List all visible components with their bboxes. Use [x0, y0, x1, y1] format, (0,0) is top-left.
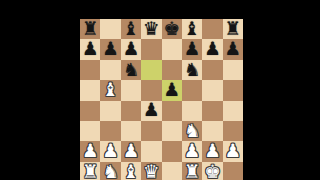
- black-pawn-piece[interactable]: ♟: [225, 40, 242, 59]
- square-d6[interactable]: [141, 60, 161, 80]
- square-f1[interactable]: ♜: [182, 162, 202, 180]
- square-d2[interactable]: [141, 141, 161, 161]
- square-h7[interactable]: ♟: [223, 39, 243, 59]
- white-queen-piece[interactable]: ♛: [143, 162, 160, 180]
- square-a1[interactable]: ♜: [80, 162, 100, 180]
- square-a4[interactable]: [80, 101, 100, 121]
- black-pawn-piece[interactable]: ♟: [123, 40, 140, 59]
- square-e8[interactable]: ♚: [162, 19, 182, 39]
- square-h5[interactable]: [223, 80, 243, 100]
- square-b6[interactable]: [100, 60, 120, 80]
- square-h4[interactable]: [223, 101, 243, 121]
- square-c8[interactable]: ♝: [121, 19, 141, 39]
- white-pawn-piece[interactable]: ♟: [225, 142, 242, 161]
- black-pawn-piece[interactable]: ♟: [102, 40, 119, 59]
- square-g2[interactable]: ♟: [202, 141, 222, 161]
- black-knight-piece[interactable]: ♞: [123, 60, 140, 79]
- square-a8[interactable]: ♜: [80, 19, 100, 39]
- black-pawn-piece[interactable]: ♟: [163, 81, 180, 100]
- square-b4[interactable]: [100, 101, 120, 121]
- black-rook-piece[interactable]: ♜: [225, 19, 242, 38]
- square-a5[interactable]: [80, 80, 100, 100]
- white-pawn-piece[interactable]: ♟: [102, 142, 119, 161]
- black-pawn-piece[interactable]: ♟: [143, 101, 160, 120]
- square-g7[interactable]: ♟: [202, 39, 222, 59]
- white-pawn-piece[interactable]: ♟: [123, 142, 140, 161]
- square-f8[interactable]: ♝: [182, 19, 202, 39]
- black-knight-piece[interactable]: ♞: [184, 60, 201, 79]
- square-f5[interactable]: [182, 80, 202, 100]
- square-d7[interactable]: [141, 39, 161, 59]
- square-g8[interactable]: [202, 19, 222, 39]
- white-bishop-piece[interactable]: ♝: [123, 162, 140, 180]
- white-bishop-piece[interactable]: ♝: [102, 81, 119, 100]
- square-c1[interactable]: ♝: [121, 162, 141, 180]
- square-b5[interactable]: ♝: [100, 80, 120, 100]
- square-a7[interactable]: ♟: [80, 39, 100, 59]
- square-c2[interactable]: ♟: [121, 141, 141, 161]
- black-queen-piece[interactable]: ♛: [143, 19, 160, 38]
- square-g6[interactable]: [202, 60, 222, 80]
- square-d3[interactable]: [141, 121, 161, 141]
- square-c6[interactable]: ♞: [121, 60, 141, 80]
- square-a3[interactable]: [80, 121, 100, 141]
- square-a6[interactable]: [80, 60, 100, 80]
- white-pawn-piece[interactable]: ♟: [82, 142, 99, 161]
- square-b7[interactable]: ♟: [100, 39, 120, 59]
- black-pawn-piece[interactable]: ♟: [204, 40, 221, 59]
- square-f3[interactable]: ♞: [182, 121, 202, 141]
- black-rook-piece[interactable]: ♜: [82, 19, 99, 38]
- black-bishop-piece[interactable]: ♝: [184, 19, 201, 38]
- square-g3[interactable]: [202, 121, 222, 141]
- square-a2[interactable]: ♟: [80, 141, 100, 161]
- square-h8[interactable]: ♜: [223, 19, 243, 39]
- black-pawn-piece[interactable]: ♟: [82, 40, 99, 59]
- white-rook-piece[interactable]: ♜: [184, 162, 201, 180]
- square-e1[interactable]: [162, 162, 182, 180]
- black-pawn-piece[interactable]: ♟: [184, 40, 201, 59]
- white-pawn-piece[interactable]: ♟: [184, 142, 201, 161]
- square-h2[interactable]: ♟: [223, 141, 243, 161]
- square-e3[interactable]: [162, 121, 182, 141]
- square-g5[interactable]: [202, 80, 222, 100]
- square-b2[interactable]: ♟: [100, 141, 120, 161]
- square-g1[interactable]: ♚: [202, 162, 222, 180]
- square-f2[interactable]: ♟: [182, 141, 202, 161]
- square-d1[interactable]: ♛: [141, 162, 161, 180]
- black-bishop-piece[interactable]: ♝: [123, 19, 140, 38]
- square-c7[interactable]: ♟: [121, 39, 141, 59]
- square-c3[interactable]: [121, 121, 141, 141]
- square-b3[interactable]: [100, 121, 120, 141]
- square-e2[interactable]: [162, 141, 182, 161]
- square-f7[interactable]: ♟: [182, 39, 202, 59]
- square-b1[interactable]: ♞: [100, 162, 120, 180]
- square-d4[interactable]: ♟: [141, 101, 161, 121]
- chess-board: ♜♝♛♚♝♜♟♟♟♟♟♟♞♞♝♟♟♞♟♟♟♟♟♟♜♞♝♛♜♚: [80, 19, 243, 180]
- white-knight-piece[interactable]: ♞: [184, 121, 201, 140]
- black-king-piece[interactable]: ♚: [163, 19, 180, 38]
- white-knight-piece[interactable]: ♞: [102, 162, 119, 180]
- square-e7[interactable]: [162, 39, 182, 59]
- white-pawn-piece[interactable]: ♟: [204, 142, 221, 161]
- white-rook-piece[interactable]: ♜: [82, 162, 99, 180]
- square-b8[interactable]: [100, 19, 120, 39]
- square-f4[interactable]: [182, 101, 202, 121]
- white-king-piece[interactable]: ♚: [204, 162, 221, 180]
- square-e5[interactable]: ♟: [162, 80, 182, 100]
- square-c4[interactable]: [121, 101, 141, 121]
- square-d5[interactable]: [141, 80, 161, 100]
- square-f6[interactable]: ♞: [182, 60, 202, 80]
- square-h1[interactable]: [223, 162, 243, 180]
- square-d8[interactable]: ♛: [141, 19, 161, 39]
- square-h6[interactable]: [223, 60, 243, 80]
- square-e6[interactable]: [162, 60, 182, 80]
- square-c5[interactable]: [121, 80, 141, 100]
- square-h3[interactable]: [223, 121, 243, 141]
- square-e4[interactable]: [162, 101, 182, 121]
- square-g4[interactable]: [202, 101, 222, 121]
